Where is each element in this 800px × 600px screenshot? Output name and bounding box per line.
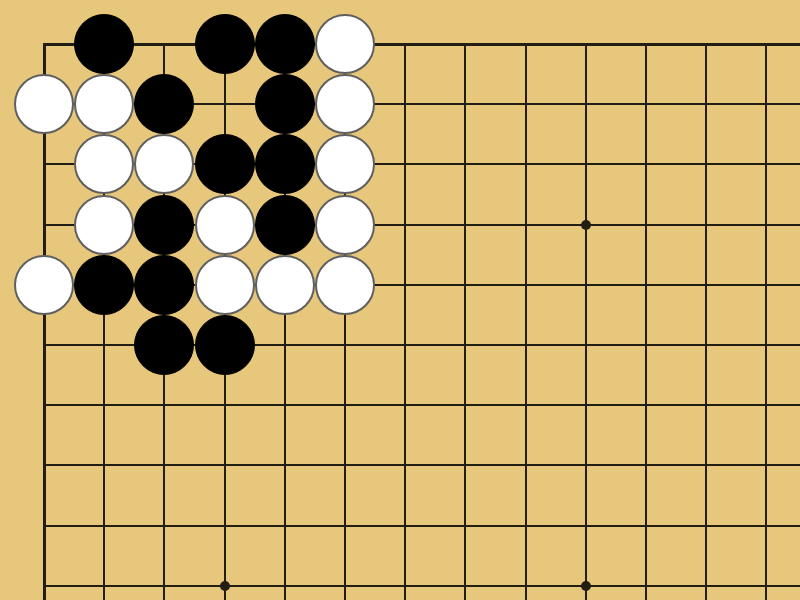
board-intersection[interactable]: ○ [315, 194, 375, 254]
stone-black: ● [195, 315, 255, 375]
board-intersection[interactable]: ○ [74, 194, 134, 254]
black-stone-glyph: ● [140, 255, 189, 315]
board-intersection[interactable]: ○ [194, 194, 254, 254]
white-stone-glyph: ○ [200, 255, 249, 315]
white-stone-glyph: ○ [320, 195, 369, 255]
board-intersection[interactable]: ○ [315, 14, 375, 74]
stone-black: ● [195, 134, 255, 194]
black-stone-glyph: ● [260, 195, 309, 255]
white-stone-glyph: ○ [320, 74, 369, 134]
board-intersection[interactable]: ● [134, 194, 194, 254]
black-stone-glyph: ● [140, 195, 189, 255]
black-stone-glyph: ● [140, 74, 189, 134]
white-stone-glyph: ○ [80, 74, 129, 134]
white-stone-glyph: ○ [320, 255, 369, 315]
black-stone-glyph: ● [80, 255, 129, 315]
white-stone-glyph: ○ [140, 134, 189, 194]
stone-white: ○ [195, 195, 255, 255]
board-intersection[interactable]: ○ [14, 255, 74, 315]
white-stone-glyph: ○ [320, 14, 369, 74]
black-stone-glyph: ● [260, 74, 309, 134]
stone-white: ○ [14, 74, 74, 134]
board-intersection[interactable]: ○ [315, 134, 375, 194]
board-intersection[interactable]: ● [255, 14, 315, 74]
board-intersection[interactable]: ○ [315, 255, 375, 315]
stone-black: ● [134, 315, 194, 375]
black-stone-glyph: ● [260, 14, 309, 74]
stone-white: ○ [315, 255, 375, 315]
stone-white: ○ [315, 14, 375, 74]
white-stone-glyph: ○ [320, 134, 369, 194]
white-stone-glyph: ○ [80, 134, 129, 194]
black-stone-glyph: ● [140, 315, 189, 375]
go-board[interactable]: ●●●○○○●●○○○●●○○●○●○○●●○○○●● [0, 0, 800, 600]
stone-white: ○ [315, 195, 375, 255]
stone-black: ● [255, 195, 315, 255]
board-intersection[interactable]: ● [255, 134, 315, 194]
stone-black: ● [134, 74, 194, 134]
board-intersection[interactable]: ● [134, 315, 194, 375]
white-stone-glyph: ○ [20, 74, 69, 134]
black-stone-glyph: ● [200, 14, 249, 74]
stone-white: ○ [74, 74, 134, 134]
board-intersection[interactable]: ○ [315, 74, 375, 134]
stone-black: ● [195, 14, 255, 74]
board-intersection[interactable]: ● [134, 74, 194, 134]
black-stone-glyph: ● [260, 134, 309, 194]
board-intersection[interactable]: ● [255, 194, 315, 254]
stone-white: ○ [14, 255, 74, 315]
board-intersection[interactable]: ○ [194, 255, 254, 315]
white-stone-glyph: ○ [260, 255, 309, 315]
board-intersection[interactable]: ● [194, 134, 254, 194]
board-intersection[interactable]: ○ [74, 134, 134, 194]
board-intersection[interactable]: ● [194, 315, 254, 375]
stones-grid[interactable]: ●●●○○○●●○○○●●○○●○●○○●●○○○●● [14, 14, 796, 600]
stone-white: ○ [315, 74, 375, 134]
stone-white: ○ [134, 134, 194, 194]
board-intersection[interactable]: ● [74, 255, 134, 315]
stone-white: ○ [74, 195, 134, 255]
stone-black: ● [255, 74, 315, 134]
stone-black: ● [134, 195, 194, 255]
stone-white: ○ [74, 134, 134, 194]
black-stone-glyph: ● [200, 315, 249, 375]
stone-black: ● [255, 14, 315, 74]
black-stone-glyph: ● [200, 134, 249, 194]
white-stone-glyph: ○ [20, 255, 69, 315]
stone-black: ● [134, 255, 194, 315]
board-intersection[interactable]: ○ [74, 74, 134, 134]
stone-black: ● [74, 14, 134, 74]
board-intersection[interactable]: ○ [14, 74, 74, 134]
stone-white: ○ [195, 255, 255, 315]
white-stone-glyph: ○ [80, 195, 129, 255]
board-intersection[interactable]: ● [255, 74, 315, 134]
stone-white: ○ [315, 134, 375, 194]
board-intersection[interactable]: ● [74, 14, 134, 74]
stone-black: ● [74, 255, 134, 315]
black-stone-glyph: ● [80, 14, 129, 74]
board-intersection[interactable]: ● [194, 14, 254, 74]
board-intersection[interactable]: ○ [255, 255, 315, 315]
board-intersection[interactable]: ○ [134, 134, 194, 194]
board-intersection[interactable]: ● [134, 255, 194, 315]
white-stone-glyph: ○ [200, 195, 249, 255]
stone-black: ● [255, 134, 315, 194]
stone-white: ○ [255, 255, 315, 315]
